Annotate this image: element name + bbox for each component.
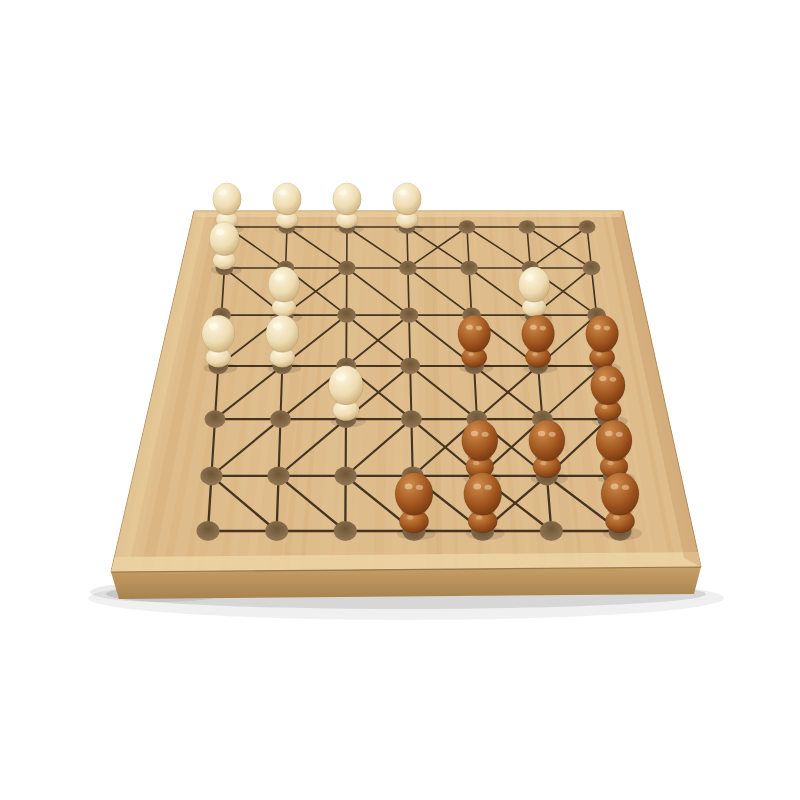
peg-head [329,366,363,405]
peg-highlight [219,190,227,196]
peg-head [518,267,549,302]
hole-r5c2[interactable] [270,410,291,428]
peg-head [462,420,498,461]
hole-r7c2[interactable] [265,521,288,541]
hole-r2c4[interactable] [399,261,417,275]
peg-head [586,315,619,352]
peg-highlight [602,405,608,409]
peg-highlight [336,374,346,381]
peg-highlight [407,515,413,519]
hole-r2c7[interactable] [583,261,601,275]
hole-r2c5[interactable] [460,261,478,275]
peg-highlight [339,190,347,196]
peg-highlight [471,431,478,437]
peg-head [268,267,299,302]
hole-r5c1[interactable] [205,410,226,428]
peg-white-r1c2[interactable] [273,183,304,234]
peg-head [210,222,240,256]
hole-r2c3[interactable] [338,261,356,275]
hole-r1c6[interactable] [519,220,536,234]
peg-highlight [616,432,623,437]
peg-highlight [209,323,219,330]
peg-head [522,315,555,352]
peg-white-r1c4[interactable] [393,183,424,234]
peg-highlight [476,515,482,519]
peg-head [464,472,502,515]
peg-head [529,420,565,461]
peg-highlight [473,484,481,490]
hole-r6c1[interactable] [200,467,222,486]
peg-highlight [273,323,283,330]
hole-r3c3[interactable] [337,307,356,322]
peg-head [458,315,491,352]
peg-highlight [532,352,537,356]
hole-r5c4[interactable] [401,410,422,428]
peg-head [591,366,625,405]
peg-highlight [604,326,610,331]
hole-r6c2[interactable] [268,467,290,486]
peg-highlight [599,376,606,381]
peg-highlight [525,274,534,280]
hole-r1c7[interactable] [579,220,596,234]
peg-highlight [611,484,619,490]
peg-head [202,315,235,352]
peg-highlight [605,431,612,437]
peg-highlight [468,352,473,356]
peg-highlight [622,485,629,490]
hole-r7c1[interactable] [197,521,220,541]
peg-head [395,472,433,515]
peg-highlight [216,229,225,235]
peg-highlight [275,274,284,280]
peg-head [273,183,302,215]
peg-highlight [594,325,601,330]
peg-highlight [473,461,479,465]
peg-highlight [466,325,473,330]
peg-highlight [596,352,601,356]
peg-head [393,183,422,215]
peg-highlight [540,326,546,331]
peg-highlight [549,432,556,437]
peg-highlight [416,485,423,490]
hole-r3c4[interactable] [400,307,419,322]
hole-r7c6[interactable] [540,521,563,541]
peg-highlight [530,325,537,330]
hole-r6c3[interactable] [335,467,357,486]
product-photo [0,0,800,800]
peg-highlight [399,190,407,196]
hole-r7c3[interactable] [334,521,357,541]
peg-highlight [607,461,613,465]
peg-highlight [538,431,545,437]
hole-r1c5[interactable] [459,220,476,234]
peg-highlight [482,432,489,437]
peg-head [601,472,639,515]
peg-highlight [279,190,287,196]
peg-highlight [476,326,482,331]
peg-highlight [613,515,619,519]
peg-highlight [610,377,617,382]
peg-head [213,183,242,215]
peg-head [266,315,299,352]
peg-highlight [405,484,413,490]
peg-head [596,420,632,461]
peg-highlight [540,461,546,465]
peg-highlight [485,485,492,490]
hole-r4c4[interactable] [400,358,420,375]
peg-head [333,183,362,215]
peg-white-r1c3[interactable] [333,183,364,234]
game-board-svg [0,0,800,800]
